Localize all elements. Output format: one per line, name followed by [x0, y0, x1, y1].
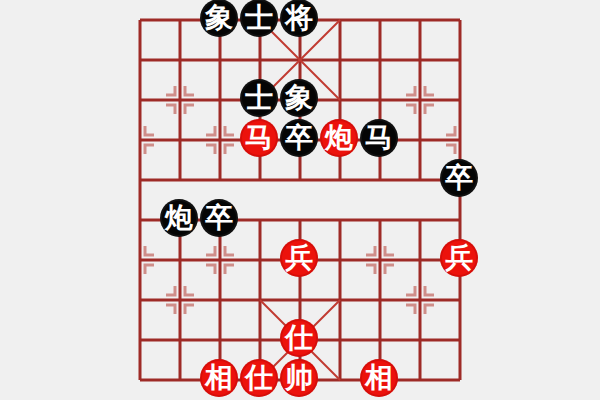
piece-black-advisor[interactable]: 士 — [240, 79, 278, 117]
piece-black-soldier[interactable]: 卒 — [200, 199, 238, 237]
piece-red-advisor[interactable]: 仕 — [280, 319, 318, 357]
piece-black-elephant[interactable]: 象 — [280, 79, 318, 117]
piece-red-elephant[interactable]: 相 — [360, 359, 398, 397]
piece-red-soldier[interactable]: 兵 — [440, 239, 478, 277]
pieces-layer: 象士将士象马卒炮马卒炮卒兵兵仕相仕帅相 — [0, 0, 600, 400]
piece-red-general[interactable]: 帅 — [280, 359, 318, 397]
piece-black-general[interactable]: 将 — [280, 0, 318, 37]
piece-red-advisor[interactable]: 仕 — [240, 359, 278, 397]
piece-black-soldier[interactable]: 卒 — [440, 159, 478, 197]
piece-black-elephant[interactable]: 象 — [200, 0, 238, 37]
piece-red-cannon[interactable]: 炮 — [320, 119, 358, 157]
piece-black-horse[interactable]: 马 — [360, 119, 398, 157]
piece-black-soldier[interactable]: 卒 — [280, 119, 318, 157]
piece-red-soldier[interactable]: 兵 — [280, 239, 318, 277]
piece-black-cannon[interactable]: 炮 — [160, 199, 198, 237]
xiangqi-app: 象士将士象马卒炮马卒炮卒兵兵仕相仕帅相 — [0, 0, 600, 400]
piece-black-advisor[interactable]: 士 — [240, 0, 278, 37]
piece-red-elephant[interactable]: 相 — [200, 359, 238, 397]
piece-red-horse[interactable]: 马 — [240, 119, 278, 157]
